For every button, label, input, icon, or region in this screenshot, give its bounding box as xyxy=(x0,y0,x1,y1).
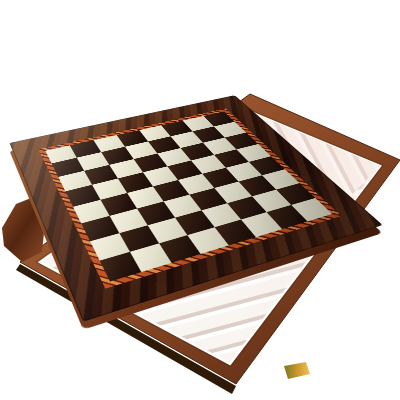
case-foot xyxy=(284,362,310,379)
product-photo-scene xyxy=(0,0,400,400)
